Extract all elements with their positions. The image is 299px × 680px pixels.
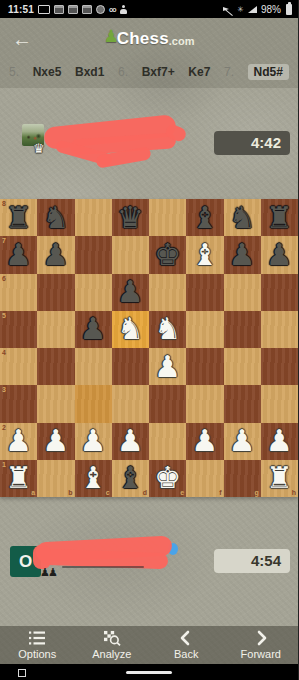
square-g2[interactable]: ♟ xyxy=(224,423,261,460)
white-knight: ♞ xyxy=(117,314,144,344)
signal-icon xyxy=(248,6,257,13)
square-c5[interactable]: ♟ xyxy=(75,311,112,348)
bottom-nav-bar: Options Analyze Back Forward xyxy=(0,626,298,664)
file-label-d: d xyxy=(143,489,147,496)
square-c2[interactable]: ♟ xyxy=(75,423,112,460)
chesscom-logo: ♟ Chess .com xyxy=(0,18,298,60)
square-b6[interactable] xyxy=(37,274,74,311)
chevron-left-icon xyxy=(177,630,195,646)
black-pawn: ♟ xyxy=(117,277,144,307)
square-e3[interactable] xyxy=(149,385,186,422)
square-h8[interactable]: ♜ xyxy=(261,199,298,236)
square-e5[interactable]: ♞ xyxy=(149,311,186,348)
black-bishop: ♝ xyxy=(191,203,218,233)
status-left: 11:51 oo xyxy=(8,4,127,15)
black-king: ♚ xyxy=(154,240,181,270)
square-c7[interactable] xyxy=(75,236,112,273)
square-b8[interactable]: ♞ xyxy=(37,199,74,236)
square-g1[interactable]: g xyxy=(224,460,261,497)
white-pawn: ♟ xyxy=(117,426,144,456)
mute-icon xyxy=(223,5,233,14)
app-header: ← ♟ Chess .com xyxy=(0,18,298,60)
display-icon xyxy=(38,5,50,14)
square-d1[interactable]: d♝ xyxy=(112,460,149,497)
android-nav-bar xyxy=(0,664,298,680)
square-d8[interactable]: ♛ xyxy=(112,199,149,236)
square-d7[interactable] xyxy=(112,236,149,273)
status-right: ✳ 98% xyxy=(223,4,292,15)
square-g5[interactable] xyxy=(224,311,261,348)
captured-black-pawn: ♟ xyxy=(48,566,56,579)
square-b3[interactable] xyxy=(37,385,74,422)
network-icon: ✳ xyxy=(237,5,244,14)
square-c4[interactable] xyxy=(75,348,112,385)
square-c6[interactable] xyxy=(75,274,112,311)
square-d6[interactable]: ♟ xyxy=(112,274,149,311)
analyze-label: Analyze xyxy=(92,648,131,660)
rank-label-4: 4 xyxy=(2,349,6,356)
rank-label-6: 6 xyxy=(2,275,6,282)
square-a5[interactable]: 5 xyxy=(0,311,37,348)
white-pawn: ♟ xyxy=(80,426,107,456)
square-e4[interactable]: ♟ xyxy=(149,348,186,385)
black-pawn: ♟ xyxy=(229,240,256,270)
black-knight: ♞ xyxy=(229,203,256,233)
square-f7[interactable]: ♝ xyxy=(186,236,223,273)
square-d2[interactable]: ♟ xyxy=(112,423,149,460)
chess-app-screen: 11:51 oo ✳ 98% ← ♟ Chess .com 5.Nxe5Bxd1… xyxy=(0,0,298,680)
square-b7[interactable]: ♟ xyxy=(37,236,74,273)
square-a6[interactable]: 6 xyxy=(0,274,37,311)
rank-label-7: 7 xyxy=(2,237,6,244)
file-label-f: f xyxy=(219,489,221,496)
square-g4[interactable] xyxy=(224,348,261,385)
square-g6[interactable] xyxy=(224,274,261,311)
square-h3[interactable] xyxy=(261,385,298,422)
move-list: 5.Nxe5Bxd16.Bxf7+Ke77.Nd5# xyxy=(0,61,298,83)
gesture-bar[interactable] xyxy=(126,671,172,674)
file-label-b: b xyxy=(68,489,72,496)
black-pawn: ♟ xyxy=(266,240,293,270)
square-f2[interactable]: ♟ xyxy=(186,423,223,460)
black-pawn: ♟ xyxy=(80,314,107,344)
square-b5[interactable] xyxy=(37,311,74,348)
options-label: Options xyxy=(18,648,56,660)
chevron-right-icon xyxy=(252,630,270,646)
back-label: Back xyxy=(174,648,198,660)
move-token[interactable]: Nd5# xyxy=(248,64,289,80)
move-number: 5. xyxy=(9,65,19,79)
rank-label-5: 5 xyxy=(2,312,6,319)
move-token[interactable]: Nxe5 xyxy=(33,65,62,79)
square-a4[interactable]: 4 xyxy=(0,348,37,385)
black-pawn: ♟ xyxy=(42,240,69,270)
file-label-h: h xyxy=(292,489,296,496)
square-g8[interactable]: ♞ xyxy=(224,199,261,236)
square-h5[interactable] xyxy=(261,311,298,348)
square-f3[interactable] xyxy=(186,385,223,422)
square-a8[interactable]: 8♜ xyxy=(0,199,37,236)
forward-label: Forward xyxy=(241,648,281,660)
android-status-bar: 11:51 oo ✳ 98% xyxy=(0,0,298,18)
white-pawn: ♟ xyxy=(229,426,256,456)
player-clock: 4:54 xyxy=(214,549,290,573)
analyze-board-icon xyxy=(103,630,121,646)
square-f8[interactable]: ♝ xyxy=(186,199,223,236)
square-h7[interactable]: ♟ xyxy=(261,236,298,273)
square-f1[interactable]: f xyxy=(186,460,223,497)
move-token[interactable]: Ke7 xyxy=(188,65,210,79)
move-number: 7. xyxy=(224,65,234,79)
square-e1[interactable]: e♚ xyxy=(149,460,186,497)
name-underline xyxy=(62,566,144,568)
person-icon xyxy=(120,5,127,14)
screenshot-icon xyxy=(68,5,78,14)
file-label-c: c xyxy=(106,489,110,496)
square-h2[interactable]: ♟ xyxy=(261,423,298,460)
square-a7[interactable]: 7♟ xyxy=(0,236,37,273)
square-f5[interactable] xyxy=(186,311,223,348)
back-move-button[interactable]: Back xyxy=(149,626,224,664)
square-g3[interactable] xyxy=(224,385,261,422)
file-label-g: g xyxy=(254,489,258,496)
black-queen: ♛ xyxy=(117,203,144,233)
square-f6[interactable] xyxy=(186,274,223,311)
square-h1[interactable]: h♜ xyxy=(261,460,298,497)
captured-pieces-top: ♛ xyxy=(33,142,44,155)
file-label-a: a xyxy=(31,489,35,496)
analyze-button[interactable]: Analyze xyxy=(75,626,150,664)
rank-label-1: 1 xyxy=(2,461,6,468)
square-c3[interactable] xyxy=(75,385,112,422)
options-list-icon xyxy=(28,630,46,646)
white-king: ♚ xyxy=(154,463,181,493)
square-e7[interactable]: ♚ xyxy=(149,236,186,273)
square-h4[interactable] xyxy=(261,348,298,385)
square-d4[interactable] xyxy=(112,348,149,385)
black-bishop: ♝ xyxy=(117,463,144,493)
screenshot-icon xyxy=(82,5,92,14)
opponent-clock: 4:42 xyxy=(214,131,290,155)
square-g7[interactable]: ♟ xyxy=(224,236,261,273)
white-pawn: ♟ xyxy=(266,426,293,456)
move-token[interactable]: Bxd1 xyxy=(75,65,104,79)
white-pawn: ♟ xyxy=(191,426,218,456)
square-d3[interactable] xyxy=(112,385,149,422)
white-bishop: ♝ xyxy=(191,240,218,270)
white-pawn: ♟ xyxy=(42,426,69,456)
battery-percent: 98% xyxy=(261,4,281,15)
move-number: 6. xyxy=(118,65,128,79)
captured-white-queen: ♛ xyxy=(33,141,44,156)
player-avatar-letter: O xyxy=(19,552,32,572)
square-a2[interactable]: 2♟ xyxy=(0,423,37,460)
screenshot-icon xyxy=(54,5,64,14)
rank-label-3: 3 xyxy=(2,386,6,393)
square-c8[interactable] xyxy=(75,199,112,236)
logo-suffix: .com xyxy=(169,35,195,47)
captured-black-pawn: ♟ xyxy=(40,566,48,579)
square-a3[interactable]: 3 xyxy=(0,385,37,422)
square-b2[interactable]: ♟ xyxy=(37,423,74,460)
black-knight: ♞ xyxy=(42,203,69,233)
white-pawn: ♟ xyxy=(154,352,181,382)
square-c1[interactable]: c♝ xyxy=(75,460,112,497)
black-rook: ♜ xyxy=(266,203,293,233)
battery-icon xyxy=(286,4,292,15)
white-bishop: ♝ xyxy=(80,463,107,493)
white-rook: ♜ xyxy=(266,463,293,493)
square-h6[interactable] xyxy=(261,274,298,311)
square-f4[interactable] xyxy=(186,348,223,385)
file-label-e: e xyxy=(180,489,184,496)
square-b4[interactable] xyxy=(37,348,74,385)
white-rook: ♜ xyxy=(5,463,32,493)
chess-board[interactable]: 8♜♞♛♝♞♜7♟♟♚♝♟♟6♟5♟♞♞4♟32♟♟♟♟♟♟♟1a♜bc♝d♝e… xyxy=(0,199,298,497)
rank-label-2: 2 xyxy=(2,424,6,431)
square-a1[interactable]: 1a♜ xyxy=(0,460,37,497)
logo-text: Chess xyxy=(117,29,169,49)
captured-pieces-bottom: ♟♟ xyxy=(40,567,56,578)
black-rook: ♜ xyxy=(5,203,32,233)
voicemail-icon: oo xyxy=(109,6,116,13)
status-time: 11:51 xyxy=(8,4,34,15)
square-b1[interactable]: b xyxy=(37,460,74,497)
square-e6[interactable] xyxy=(149,274,186,311)
white-knight: ♞ xyxy=(154,314,181,344)
square-e2[interactable] xyxy=(149,423,186,460)
record-icon xyxy=(96,5,105,14)
rank-label-8: 8 xyxy=(2,200,6,207)
square-e8[interactable] xyxy=(149,199,186,236)
white-pawn: ♟ xyxy=(5,426,32,456)
square-d5[interactable]: ♞ xyxy=(112,311,149,348)
move-token[interactable]: Bxf7+ xyxy=(142,65,175,79)
overlay-square-icon[interactable] xyxy=(18,669,26,677)
options-button[interactable]: Options xyxy=(0,626,75,664)
black-pawn: ♟ xyxy=(5,240,32,270)
forward-move-button[interactable]: Forward xyxy=(224,626,299,664)
